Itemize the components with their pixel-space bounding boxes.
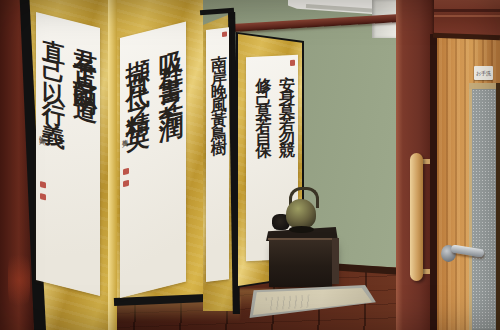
wooden-pull-bar (410, 153, 423, 281)
screen-fold-edge (108, 0, 117, 330)
calligraphy-column: 南岸晚風黃鳥樹 (208, 27, 229, 282)
calligraphy-scroll-1: 君子正身以明道 直己以行義 乾山道人 (36, 12, 100, 296)
calligraphy-column-left: 擷百代之精英 (122, 30, 153, 298)
calligraphy-scroll-2: 吸群書之芳潤 擷百代之精英 梅春人 (120, 22, 186, 298)
doormat-marks (266, 294, 311, 310)
tea-stand-front (269, 240, 332, 287)
red-seal (40, 193, 46, 200)
calligraphy-column-left: 直己以行義 (38, 13, 68, 288)
restroom-sign: お手洗 (474, 66, 493, 80)
red-seal (290, 60, 295, 66)
red-seal (222, 31, 227, 37)
tea-stand-side (332, 238, 339, 284)
red-seal (40, 181, 46, 188)
calligraphy-column-left: 修己莫若自保 (253, 56, 275, 261)
door-jamb-shadow (430, 34, 437, 330)
iron-kettle (286, 199, 316, 229)
room-photo: 安身莫若勿競 修己莫若自保 君子正身以明道 直己以行義 乾山道人 吸群書之芳潤 … (0, 0, 500, 330)
pillar-sheen (8, 245, 30, 315)
door-edge (496, 83, 500, 330)
calligraphy-column-right: 吸群書之芳潤 (155, 22, 186, 290)
frosted-glass-panel (469, 89, 499, 330)
kettle-base-shadow (289, 226, 314, 233)
calligraphy-column-right: 君子正身以明道 (70, 20, 100, 295)
calligraphy-scroll-3: 南岸晚風黃鳥樹 (206, 27, 229, 282)
